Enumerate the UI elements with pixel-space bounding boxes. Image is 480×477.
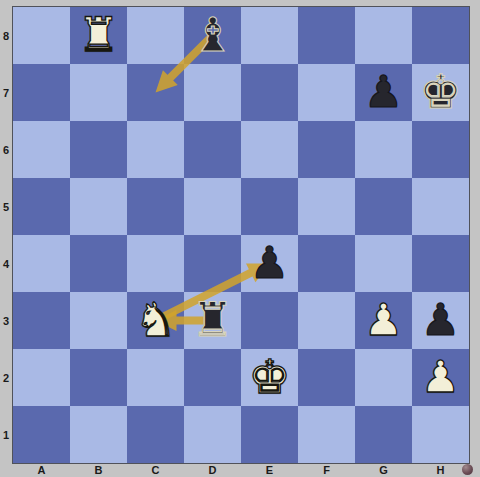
file-label-b: B xyxy=(70,463,127,477)
file-label-h: H xyxy=(412,463,469,477)
rank-label-8: 8 xyxy=(0,7,12,64)
black-pawn-g7[interactable]: ♟ xyxy=(355,63,412,120)
black-pawn-e4[interactable]: ♟ xyxy=(241,234,298,291)
white-knight-c3[interactable]: ♞ xyxy=(127,291,184,348)
chess-app-frame: ♜♝♟♚♟♞♜♟♟♚♟ 87654321 ABCDEFGH xyxy=(0,0,480,477)
white-pawn-h2[interactable]: ♟ xyxy=(412,348,469,405)
rank-label-2: 2 xyxy=(0,349,12,406)
sphere-logo-icon xyxy=(462,464,473,475)
rank-label-7: 7 xyxy=(0,64,12,121)
file-label-c: C xyxy=(127,463,184,477)
file-label-e: E xyxy=(241,463,298,477)
rank-label-1: 1 xyxy=(0,406,12,463)
black-bishop-d8[interactable]: ♝ xyxy=(184,6,241,63)
file-label-g: G xyxy=(355,463,412,477)
rank-label-6: 6 xyxy=(0,121,12,178)
file-label-a: A xyxy=(13,463,70,477)
rank-label-3: 3 xyxy=(0,292,12,349)
pieces-layer: ♜♝♟♚♟♞♜♟♟♚♟ xyxy=(13,7,469,463)
file-label-d: D xyxy=(184,463,241,477)
black-pawn-h3[interactable]: ♟ xyxy=(412,291,469,348)
white-rook-b8[interactable]: ♜ xyxy=(70,6,127,63)
black-king-h7[interactable]: ♚ xyxy=(412,63,469,120)
black-rook-d3[interactable]: ♜ xyxy=(184,291,241,348)
white-king-e2[interactable]: ♚ xyxy=(241,348,298,405)
white-pawn-g3[interactable]: ♟ xyxy=(355,291,412,348)
file-label-f: F xyxy=(298,463,355,477)
rank-label-4: 4 xyxy=(0,235,12,292)
rank-label-5: 5 xyxy=(0,178,12,235)
